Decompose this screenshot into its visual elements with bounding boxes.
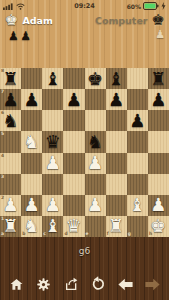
square-f3[interactable] [106, 174, 127, 195]
square-e8[interactable]: ♚ [85, 68, 106, 89]
piece-black-rook[interactable]: ♜ [150, 70, 166, 88]
square-e3[interactable] [85, 174, 106, 195]
square-h4[interactable] [148, 153, 169, 174]
square-f1[interactable]: f♜ [106, 216, 127, 237]
player-white: ♚ Adam [5, 11, 53, 29]
square-b3[interactable] [21, 174, 42, 195]
toolbar [0, 274, 169, 294]
white-king-icon: ♚ [5, 11, 18, 29]
square-b1[interactable]: b♞ [21, 216, 42, 237]
square-f8[interactable]: ♝ [106, 68, 127, 89]
captured-black-pawn: ♟ [20, 29, 32, 43]
square-h2[interactable]: ♟ [148, 195, 169, 216]
piece-white-bishop[interactable]: ♝ [45, 217, 61, 235]
last-move-label: g6 [0, 246, 169, 256]
square-d3[interactable] [63, 174, 84, 195]
forward-icon[interactable] [144, 276, 161, 293]
chess-board: 8♜♝♚♝♜7♟♟♟♟♟6♞♟5♞♛♞4♟♟32♟♟♟♟♝♟1a♜b♞c♝d♛e… [0, 68, 169, 237]
square-e5[interactable]: ♞ [85, 131, 106, 152]
square-b7[interactable]: ♟ [21, 89, 42, 110]
status-left [3, 3, 25, 10]
square-d2[interactable] [63, 195, 84, 216]
piece-black-pawn[interactable]: ♟ [108, 91, 124, 109]
piece-white-rook[interactable]: ♜ [108, 217, 124, 235]
piece-white-queen[interactable]: ♛ [66, 217, 82, 235]
coord-file-g: g [128, 232, 131, 237]
square-c1[interactable]: c♝ [42, 216, 63, 237]
player-white-name: Adam [22, 15, 52, 26]
captured-by-black: ♟ [155, 28, 165, 41]
piece-black-rook[interactable]: ♜ [2, 70, 18, 88]
square-a3[interactable]: 3 [0, 174, 21, 195]
square-c8[interactable]: ♝ [42, 68, 63, 89]
square-c6[interactable] [42, 110, 63, 131]
piece-black-bishop[interactable]: ♝ [45, 70, 61, 88]
captured-by-white: ♟♟ [8, 29, 33, 43]
square-c5[interactable]: ♛ [42, 131, 63, 152]
square-h7[interactable]: ♟ [148, 89, 169, 110]
square-c4[interactable]: ♟ [42, 153, 63, 174]
piece-white-pawn[interactable]: ♟ [24, 196, 40, 214]
piece-black-pawn[interactable]: ♟ [24, 91, 40, 109]
square-f2[interactable] [106, 195, 127, 216]
captured-black-pawn: ♟ [8, 29, 20, 43]
coord-file-e: e [86, 232, 89, 237]
coord-rank-3: 3 [1, 175, 4, 180]
square-a4[interactable]: 4 [0, 153, 21, 174]
captured-white-pawn: ♟ [155, 28, 165, 41]
square-a2[interactable]: 2♟ [0, 195, 21, 216]
square-d5[interactable] [63, 131, 84, 152]
battery-percent: 60% [127, 3, 141, 10]
home-icon[interactable] [8, 276, 25, 293]
undo-icon[interactable] [90, 276, 107, 293]
piece-black-pawn[interactable]: ♟ [129, 112, 145, 130]
square-d4[interactable] [63, 153, 84, 174]
square-h6[interactable] [148, 110, 169, 131]
piece-white-pawn[interactable]: ♟ [45, 154, 61, 172]
coord-rank-4: 4 [1, 154, 4, 159]
square-a1[interactable]: 1a♜ [0, 216, 21, 237]
piece-white-knight[interactable]: ♞ [24, 133, 40, 151]
piece-white-king[interactable]: ♚ [150, 217, 166, 235]
square-g7[interactable] [127, 89, 148, 110]
square-b8[interactable] [21, 68, 42, 89]
square-d7[interactable]: ♟ [63, 89, 84, 110]
square-d8[interactable] [63, 68, 84, 89]
piece-black-bishop[interactable]: ♝ [108, 70, 124, 88]
piece-black-knight[interactable]: ♞ [87, 133, 103, 151]
piece-white-pawn[interactable]: ♟ [150, 196, 166, 214]
square-g3[interactable] [127, 174, 148, 195]
square-f4[interactable] [106, 153, 127, 174]
piece-black-pawn[interactable]: ♟ [150, 91, 166, 109]
square-b2[interactable]: ♟ [21, 195, 42, 216]
square-e6[interactable] [85, 110, 106, 131]
square-e2[interactable]: ♟ [85, 195, 106, 216]
square-b5[interactable]: ♞ [21, 131, 42, 152]
piece-black-king[interactable]: ♚ [87, 70, 103, 88]
piece-black-pawn[interactable]: ♟ [2, 91, 18, 109]
piece-black-pawn[interactable]: ♟ [66, 91, 82, 109]
square-h3[interactable] [148, 174, 169, 195]
signal-icon [3, 3, 14, 10]
coord-rank-5: 5 [1, 132, 4, 137]
square-e1[interactable]: e [85, 216, 106, 237]
square-a5[interactable]: 5 [0, 131, 21, 152]
square-f6[interactable] [106, 110, 127, 131]
black-king-icon: ♚ [152, 11, 165, 29]
piece-white-pawn[interactable]: ♟ [2, 196, 18, 214]
square-f5[interactable] [106, 131, 127, 152]
back-icon[interactable] [117, 276, 134, 293]
piece-white-pawn[interactable]: ♟ [87, 154, 103, 172]
square-h5[interactable] [148, 131, 169, 152]
square-d6[interactable] [63, 110, 84, 131]
battery-icon [143, 2, 159, 10]
square-b4[interactable] [21, 153, 42, 174]
settings-icon[interactable] [35, 276, 52, 293]
square-h8[interactable]: ♜ [148, 68, 169, 89]
square-d1[interactable]: d♛ [63, 216, 84, 237]
piece-black-knight[interactable]: ♞ [2, 112, 18, 130]
square-a8[interactable]: 8♜ [0, 68, 21, 89]
status-right: 60% [127, 2, 166, 10]
share-icon[interactable] [62, 276, 79, 293]
piece-black-queen[interactable]: ♛ [45, 133, 61, 151]
piece-white-bishop[interactable]: ♝ [129, 196, 145, 214]
square-g4[interactable] [127, 153, 148, 174]
square-b6[interactable] [21, 110, 42, 131]
wifi-icon [16, 3, 25, 10]
square-g1[interactable]: g [127, 216, 148, 237]
piece-white-rook[interactable]: ♜ [2, 217, 18, 235]
square-f7[interactable]: ♟ [106, 89, 127, 110]
chess-app: 09:24 60% ♚ Adam Computer ♚ ♟♟ ♟ 8♜♝♚♝♜7… [0, 0, 169, 300]
square-e4[interactable]: ♟ [85, 153, 106, 174]
square-g8[interactable] [127, 68, 148, 89]
player-black: Computer ♚ [95, 11, 165, 29]
square-c3[interactable] [42, 174, 63, 195]
square-a6[interactable]: 6♞ [0, 110, 21, 131]
piece-white-knight[interactable]: ♞ [24, 217, 40, 235]
square-h1[interactable]: h♚ [148, 216, 169, 237]
square-g5[interactable] [127, 131, 148, 152]
piece-white-pawn[interactable]: ♟ [87, 196, 103, 214]
player-black-name: Computer [95, 15, 148, 26]
piece-white-pawn[interactable]: ♟ [45, 196, 61, 214]
square-a7[interactable]: 7♟ [0, 89, 21, 110]
bottom-panel: g6 [0, 237, 169, 300]
square-c2[interactable]: ♟ [42, 195, 63, 216]
square-g6[interactable]: ♟ [127, 110, 148, 131]
square-e7[interactable] [85, 89, 106, 110]
square-g2[interactable]: ♝ [127, 195, 148, 216]
square-c7[interactable] [42, 89, 63, 110]
charging-bolt-icon [161, 2, 166, 10]
